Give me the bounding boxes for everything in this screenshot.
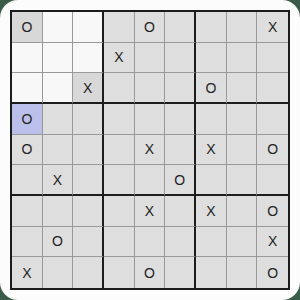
board-card: OOXXXOOOXXOXOXXOOXXOO	[0, 0, 300, 300]
cell-r3c1[interactable]	[12, 73, 43, 104]
cell-r1c3[interactable]	[73, 12, 104, 43]
cell-r2c9[interactable]	[257, 43, 288, 74]
cell-r2c5[interactable]	[135, 43, 166, 74]
cell-r1c9[interactable]: X	[257, 12, 288, 43]
mark-o: O	[267, 204, 278, 218]
mark-o: O	[144, 20, 155, 34]
cell-r3c2[interactable]	[43, 73, 74, 104]
cell-r7c4[interactable]	[104, 196, 135, 227]
cell-r7c6[interactable]	[165, 196, 196, 227]
mark-o: O	[21, 142, 32, 156]
mark-o: O	[205, 81, 216, 95]
mark-x: X	[206, 142, 215, 156]
cell-r8c3[interactable]	[73, 227, 104, 258]
cell-r8c9[interactable]: X	[257, 227, 288, 258]
cell-r5c4[interactable]	[104, 135, 135, 166]
cell-r6c9[interactable]	[257, 165, 288, 196]
cell-r9c6[interactable]	[165, 257, 196, 288]
mark-x: X	[114, 50, 123, 64]
cell-r7c7[interactable]: X	[196, 196, 227, 227]
cell-r6c8[interactable]	[227, 165, 258, 196]
cell-r8c7[interactable]	[196, 227, 227, 258]
cell-r2c4[interactable]: X	[104, 43, 135, 74]
cell-r6c4[interactable]	[104, 165, 135, 196]
cell-r7c3[interactable]	[73, 196, 104, 227]
cell-r3c8[interactable]	[227, 73, 258, 104]
mark-o: O	[267, 142, 278, 156]
cell-r4c4[interactable]	[104, 104, 135, 135]
cell-r6c2[interactable]: X	[43, 165, 74, 196]
cell-r9c1[interactable]: X	[12, 257, 43, 288]
cell-r7c1[interactable]	[12, 196, 43, 227]
mark-o: O	[21, 112, 32, 126]
mark-o: O	[144, 266, 155, 280]
board-grid: OOXXXOOOXXOXOXXOOXXOO	[10, 10, 290, 290]
mark-o: O	[174, 173, 185, 187]
cell-r6c6[interactable]: O	[165, 165, 196, 196]
cell-r2c3[interactable]	[73, 43, 104, 74]
cell-r9c5[interactable]: O	[135, 257, 166, 288]
cell-r8c6[interactable]	[165, 227, 196, 258]
mark-x: X	[145, 204, 154, 218]
cell-r5c3[interactable]	[73, 135, 104, 166]
cell-r9c4[interactable]	[104, 257, 135, 288]
mark-x: X	[206, 204, 215, 218]
cell-r5c1[interactable]: O	[12, 135, 43, 166]
cell-r5c5[interactable]: X	[135, 135, 166, 166]
cell-r5c8[interactable]	[227, 135, 258, 166]
cell-r6c5[interactable]	[135, 165, 166, 196]
cell-r2c7[interactable]	[196, 43, 227, 74]
cell-r4c5[interactable]	[135, 104, 166, 135]
cell-r4c2[interactable]	[43, 104, 74, 135]
cell-r7c2[interactable]	[43, 196, 74, 227]
cell-r1c2[interactable]	[43, 12, 74, 43]
cell-r5c2[interactable]	[43, 135, 74, 166]
cell-r1c7[interactable]	[196, 12, 227, 43]
cell-r9c2[interactable]	[43, 257, 74, 288]
mark-x: X	[268, 20, 277, 34]
cell-r9c3[interactable]	[73, 257, 104, 288]
cell-r4c1[interactable]: O	[12, 104, 43, 135]
mark-x: X	[53, 173, 62, 187]
cell-r2c1[interactable]	[12, 43, 43, 74]
cell-r3c5[interactable]	[135, 73, 166, 104]
cell-r3c9[interactable]	[257, 73, 288, 104]
cell-r8c8[interactable]	[227, 227, 258, 258]
mark-x: X	[83, 81, 92, 95]
mark-x: X	[145, 142, 154, 156]
cell-r9c9[interactable]: O	[257, 257, 288, 288]
cell-r1c1[interactable]: O	[12, 12, 43, 43]
cell-r7c8[interactable]	[227, 196, 258, 227]
cell-r4c6[interactable]	[165, 104, 196, 135]
cell-r4c3[interactable]	[73, 104, 104, 135]
cell-r5c9[interactable]: O	[257, 135, 288, 166]
cell-r8c5[interactable]	[135, 227, 166, 258]
mark-o: O	[267, 266, 278, 280]
cell-r7c5[interactable]: X	[135, 196, 166, 227]
cell-r5c7[interactable]: X	[196, 135, 227, 166]
cell-r1c8[interactable]	[227, 12, 258, 43]
mark-o: O	[21, 20, 32, 34]
cell-r9c8[interactable]	[227, 257, 258, 288]
cell-r2c8[interactable]	[227, 43, 258, 74]
cell-r7c9[interactable]: O	[257, 196, 288, 227]
cell-r4c8[interactable]	[227, 104, 258, 135]
app-background: { "game": "ultimate-tic-tac-toe", "board…	[0, 0, 300, 300]
cell-r1c6[interactable]	[165, 12, 196, 43]
mark-x: X	[268, 234, 277, 248]
cell-r3c3[interactable]: X	[73, 73, 104, 104]
cell-r2c6[interactable]	[165, 43, 196, 74]
mark-o: O	[52, 234, 63, 248]
cell-r1c5[interactable]: O	[135, 12, 166, 43]
cell-r2c2[interactable]	[43, 43, 74, 74]
cell-r4c7[interactable]	[196, 104, 227, 135]
cell-r8c1[interactable]	[12, 227, 43, 258]
cell-r3c4[interactable]	[104, 73, 135, 104]
cell-r4c9[interactable]	[257, 104, 288, 135]
cell-r6c7[interactable]	[196, 165, 227, 196]
cell-r8c4[interactable]	[104, 227, 135, 258]
cell-r9c7[interactable]	[196, 257, 227, 288]
cell-r5c6[interactable]	[165, 135, 196, 166]
cell-r1c4[interactable]	[104, 12, 135, 43]
cell-r8c2[interactable]: O	[43, 227, 74, 258]
cell-r6c1[interactable]	[12, 165, 43, 196]
cell-r3c6[interactable]	[165, 73, 196, 104]
mark-x: X	[22, 266, 31, 280]
cell-r3c7[interactable]: O	[196, 73, 227, 104]
cell-r6c3[interactable]	[73, 165, 104, 196]
